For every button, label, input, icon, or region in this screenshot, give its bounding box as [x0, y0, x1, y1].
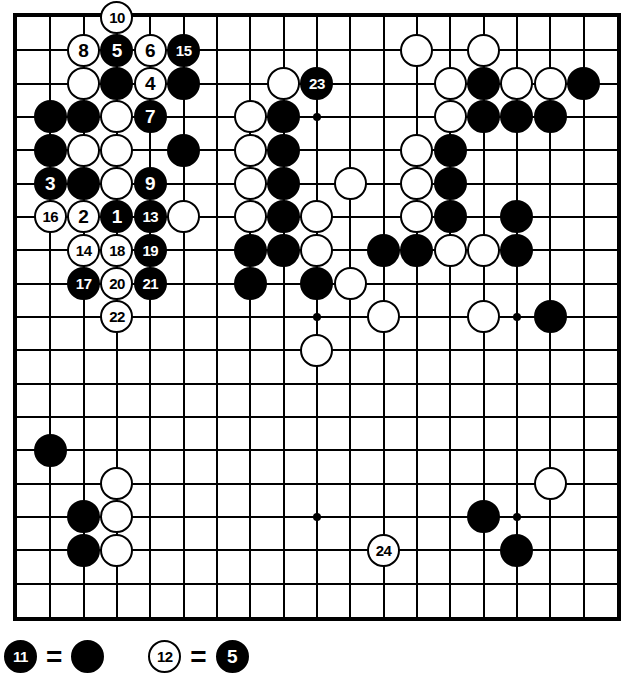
caption-spacer	[113, 656, 139, 657]
intersection-13-8	[400, 234, 433, 267]
intersection-11-4	[334, 100, 367, 133]
intersection-16-18	[500, 567, 533, 600]
intersection-3-9: 17	[67, 267, 100, 300]
black-stone-move-5: 5	[216, 640, 249, 673]
intersection-1-1	[0, 0, 33, 33]
intersection-13-11	[400, 334, 433, 367]
black-stone	[467, 500, 500, 533]
intersection-9-19	[267, 600, 300, 633]
white-stone	[467, 34, 500, 67]
intersection-7-13	[200, 400, 233, 433]
intersection-13-10	[400, 300, 433, 333]
white-stone	[100, 467, 133, 500]
intersection-18-13	[567, 400, 600, 433]
intersection-18-18	[567, 567, 600, 600]
intersection-19-17	[600, 534, 633, 567]
intersection-11-5	[334, 134, 367, 167]
black-stone	[434, 167, 467, 200]
intersection-2-6: 3	[34, 167, 67, 200]
white-stone-move-24: 24	[367, 534, 400, 567]
intersection-15-19	[467, 600, 500, 633]
intersection-4-13	[100, 400, 133, 433]
intersection-6-11	[167, 334, 200, 367]
intersection-7-16	[200, 500, 233, 533]
intersection-19-5	[600, 134, 633, 167]
intersection-16-10	[500, 300, 533, 333]
intersection-8-6	[234, 167, 267, 200]
black-stone	[434, 134, 467, 167]
intersection-1-5	[0, 134, 33, 167]
intersection-14-5	[434, 134, 467, 167]
intersection-17-11	[534, 334, 567, 367]
intersection-19-16	[600, 500, 633, 533]
intersection-3-4	[67, 100, 100, 133]
intersection-15-6	[467, 167, 500, 200]
white-stone	[400, 200, 433, 233]
intersection-7-11	[200, 334, 233, 367]
intersection-11-2	[334, 34, 367, 67]
intersection-11-1	[334, 0, 367, 33]
intersection-15-15	[467, 467, 500, 500]
intersection-2-17	[34, 534, 67, 567]
intersection-6-4	[167, 100, 200, 133]
intersection-16-7	[500, 200, 533, 233]
intersection-9-16	[267, 500, 300, 533]
intersection-7-17	[200, 534, 233, 567]
intersection-11-11	[334, 334, 367, 367]
intersection-14-7	[434, 200, 467, 233]
intersection-19-11	[600, 334, 633, 367]
intersection-8-18	[234, 567, 267, 600]
intersection-6-6	[167, 167, 200, 200]
intersection-11-7	[334, 200, 367, 233]
white-stone	[100, 100, 133, 133]
white-stone	[267, 67, 300, 100]
intersection-10-5	[300, 134, 333, 167]
intersection-2-3	[34, 67, 67, 100]
intersection-2-18	[34, 567, 67, 600]
intersection-10-16	[300, 500, 333, 533]
intersection-10-14	[300, 434, 333, 467]
intersection-18-17	[567, 534, 600, 567]
intersection-6-2: 15	[167, 34, 200, 67]
black-stone	[67, 167, 100, 200]
intersection-17-15	[534, 467, 567, 500]
intersection-9-2	[267, 34, 300, 67]
intersection-9-1	[267, 0, 300, 33]
intersection-12-9	[367, 267, 400, 300]
intersection-18-15	[567, 467, 600, 500]
intersection-15-11	[467, 334, 500, 367]
black-stone	[500, 100, 533, 133]
black-stone-move-19: 19	[134, 234, 167, 267]
intersection-9-14	[267, 434, 300, 467]
intersection-16-19	[500, 600, 533, 633]
black-stone	[234, 234, 267, 267]
intersection-11-14	[334, 434, 367, 467]
intersection-3-13	[67, 400, 100, 433]
intersection-5-12	[134, 367, 167, 400]
intersection-13-16	[400, 500, 433, 533]
intersection-19-15	[600, 467, 633, 500]
intersection-8-7	[234, 200, 267, 233]
intersection-2-8	[34, 234, 67, 267]
intersection-18-10	[567, 300, 600, 333]
white-stone	[334, 167, 367, 200]
intersection-14-11	[434, 334, 467, 367]
intersection-15-18	[467, 567, 500, 600]
black-stone	[167, 67, 200, 100]
white-stone-move-18: 18	[100, 234, 133, 267]
black-stone	[267, 200, 300, 233]
intersection-1-12	[0, 367, 33, 400]
intersection-19-8	[600, 234, 633, 267]
intersection-4-17	[100, 534, 133, 567]
intersection-19-1	[600, 0, 633, 33]
intersection-3-17	[67, 534, 100, 567]
intersection-18-11	[567, 334, 600, 367]
black-stone	[67, 534, 100, 567]
white-stone	[167, 200, 200, 233]
white-stone	[234, 167, 267, 200]
intersection-7-18	[200, 567, 233, 600]
black-stone	[400, 234, 433, 267]
intersection-16-2	[500, 34, 533, 67]
intersection-3-18	[67, 567, 100, 600]
intersection-19-4	[600, 100, 633, 133]
intersection-18-16	[567, 500, 600, 533]
intersection-1-18	[0, 567, 33, 600]
intersection-19-2	[600, 34, 633, 67]
intersection-11-17	[334, 534, 367, 567]
intersection-7-15	[200, 467, 233, 500]
intersection-1-8	[0, 234, 33, 267]
intersection-13-2	[400, 34, 433, 67]
intersection-19-10	[600, 300, 633, 333]
intersection-14-9	[434, 267, 467, 300]
intersection-18-19	[567, 600, 600, 633]
intersection-15-8	[467, 234, 500, 267]
intersection-14-15	[434, 467, 467, 500]
intersection-4-9: 20	[100, 267, 133, 300]
intersection-18-2	[567, 34, 600, 67]
intersection-7-2	[200, 34, 233, 67]
intersection-10-18	[300, 567, 333, 600]
black-stone-move-17: 17	[67, 267, 100, 300]
intersection-15-3	[467, 67, 500, 100]
intersection-6-13	[167, 400, 200, 433]
intersection-1-16	[0, 500, 33, 533]
intersection-17-5	[534, 134, 567, 167]
white-stone	[234, 200, 267, 233]
black-stone	[467, 67, 500, 100]
intersection-13-13	[400, 400, 433, 433]
intersection-5-1	[134, 0, 167, 33]
intersection-13-19	[400, 600, 433, 633]
intersection-7-1	[200, 0, 233, 33]
intersection-15-14	[467, 434, 500, 467]
intersection-9-4	[267, 100, 300, 133]
intersection-14-1	[434, 0, 467, 33]
intersection-3-10	[67, 300, 100, 333]
intersection-1-11	[0, 334, 33, 367]
intersection-17-10	[534, 300, 567, 333]
white-stone	[67, 67, 100, 100]
intersection-8-2	[234, 34, 267, 67]
intersection-5-13	[134, 400, 167, 433]
intersection-12-4	[367, 100, 400, 133]
intersection-1-14	[0, 434, 33, 467]
intersection-1-17	[0, 534, 33, 567]
intersection-4-5	[100, 134, 133, 167]
intersection-8-10	[234, 300, 267, 333]
intersection-18-12	[567, 367, 600, 400]
intersection-4-1: 10	[100, 0, 133, 33]
black-stone	[34, 434, 67, 467]
black-stone	[34, 134, 67, 167]
intersection-13-1	[400, 0, 433, 33]
intersection-3-2: 8	[67, 34, 100, 67]
intersection-10-2	[300, 34, 333, 67]
intersection-2-11	[34, 334, 67, 367]
intersection-4-4	[100, 100, 133, 133]
intersection-10-19	[300, 600, 333, 633]
intersection-9-7	[267, 200, 300, 233]
intersection-6-8	[167, 234, 200, 267]
black-stone-move-5: 5	[100, 34, 133, 67]
intersection-12-15	[367, 467, 400, 500]
intersection-16-14	[500, 434, 533, 467]
intersection-17-1	[534, 0, 567, 33]
white-stone-move-16: 16	[34, 200, 67, 233]
white-stone-move-6: 6	[134, 34, 167, 67]
intersection-12-2	[367, 34, 400, 67]
black-stone	[234, 267, 267, 300]
intersection-5-9: 21	[134, 267, 167, 300]
intersection-5-19	[134, 600, 167, 633]
white-stone	[100, 534, 133, 567]
intersection-18-4	[567, 100, 600, 133]
intersection-14-19	[434, 600, 467, 633]
intersection-6-14	[167, 434, 200, 467]
black-stone	[534, 100, 567, 133]
intersection-12-14	[367, 434, 400, 467]
black-stone-move-9: 9	[134, 167, 167, 200]
white-stone	[300, 334, 333, 367]
intersection-2-1	[34, 0, 67, 33]
intersection-11-18	[334, 567, 367, 600]
black-stone	[500, 534, 533, 567]
intersection-12-6	[367, 167, 400, 200]
intersection-16-5	[500, 134, 533, 167]
intersection-17-3	[534, 67, 567, 100]
equals-sign: =	[190, 643, 206, 671]
intersection-2-7: 16	[34, 200, 67, 233]
intersection-7-4	[200, 100, 233, 133]
intersection-16-17	[500, 534, 533, 567]
intersection-4-14	[100, 434, 133, 467]
intersection-15-12	[467, 367, 500, 400]
intersection-3-5	[67, 134, 100, 167]
intersection-6-9	[167, 267, 200, 300]
intersection-5-4: 7	[134, 100, 167, 133]
intersection-16-12	[500, 367, 533, 400]
intersection-4-16	[100, 500, 133, 533]
white-stone	[434, 234, 467, 267]
black-stone	[567, 67, 600, 100]
intersection-11-3	[334, 67, 367, 100]
intersection-4-10: 22	[100, 300, 133, 333]
intersection-14-6	[434, 167, 467, 200]
black-stone-move-21: 21	[134, 267, 167, 300]
intersection-12-7	[367, 200, 400, 233]
intersection-16-6	[500, 167, 533, 200]
white-stone-move-2: 2	[67, 200, 100, 233]
intersection-5-10	[134, 300, 167, 333]
intersection-8-12	[234, 367, 267, 400]
intersection-8-15	[234, 467, 267, 500]
intersection-4-7: 1	[100, 200, 133, 233]
intersection-8-19	[234, 600, 267, 633]
intersection-10-6	[300, 167, 333, 200]
intersection-12-8	[367, 234, 400, 267]
go-diagram-page: 10856154237391621131418191720212224 11=1…	[0, 0, 640, 679]
intersection-8-4	[234, 100, 267, 133]
intersection-13-7	[400, 200, 433, 233]
intersection-8-5	[234, 134, 267, 167]
intersection-19-18	[600, 567, 633, 600]
white-stone	[234, 134, 267, 167]
intersection-6-5	[167, 134, 200, 167]
intersection-17-8	[534, 234, 567, 267]
black-stone	[100, 67, 133, 100]
intersection-1-4	[0, 100, 33, 133]
intersection-7-6	[200, 167, 233, 200]
intersection-10-7	[300, 200, 333, 233]
intersection-16-3	[500, 67, 533, 100]
intersection-5-5	[134, 134, 167, 167]
intersection-6-7	[167, 200, 200, 233]
intersection-2-5	[34, 134, 67, 167]
intersection-5-14	[134, 434, 167, 467]
intersection-16-1	[500, 0, 533, 33]
white-stone	[300, 200, 333, 233]
intersection-17-2	[534, 34, 567, 67]
intersection-15-16	[467, 500, 500, 533]
intersection-3-3	[67, 67, 100, 100]
intersection-4-2: 5	[100, 34, 133, 67]
intersection-3-15	[67, 467, 100, 500]
intersection-19-7	[600, 200, 633, 233]
intersection-2-15	[34, 467, 67, 500]
intersection-1-13	[0, 400, 33, 433]
intersection-4-6	[100, 167, 133, 200]
intersection-13-14	[400, 434, 433, 467]
intersection-14-2	[434, 34, 467, 67]
intersection-16-4	[500, 100, 533, 133]
intersection-18-6	[567, 167, 600, 200]
intersection-6-1	[167, 0, 200, 33]
white-stone-move-20: 20	[100, 267, 133, 300]
intersection-12-10	[367, 300, 400, 333]
intersection-7-10	[200, 300, 233, 333]
black-stone	[34, 100, 67, 133]
intersection-15-2	[467, 34, 500, 67]
intersection-3-7: 2	[67, 200, 100, 233]
intersection-14-17	[434, 534, 467, 567]
white-stone-move-8: 8	[67, 34, 100, 67]
intersection-8-14	[234, 434, 267, 467]
intersection-19-13	[600, 400, 633, 433]
intersection-11-10	[334, 300, 367, 333]
intersection-14-16	[434, 500, 467, 533]
intersection-17-13	[534, 400, 567, 433]
equals-sign: =	[46, 643, 62, 671]
black-stone-move-15: 15	[167, 34, 200, 67]
intersection-7-19	[200, 600, 233, 633]
black-stone	[167, 134, 200, 167]
intersection-2-12	[34, 367, 67, 400]
intersection-9-8	[267, 234, 300, 267]
intersection-2-2	[34, 34, 67, 67]
white-stone	[100, 134, 133, 167]
intersection-3-16	[67, 500, 100, 533]
intersection-9-15	[267, 467, 300, 500]
intersection-8-11	[234, 334, 267, 367]
intersection-11-19	[334, 600, 367, 633]
intersection-5-16	[134, 500, 167, 533]
intersection-9-10	[267, 300, 300, 333]
intersection-5-11	[134, 334, 167, 367]
intersection-18-3	[567, 67, 600, 100]
intersection-10-3: 23	[300, 67, 333, 100]
intersection-15-17	[467, 534, 500, 567]
intersection-11-8	[334, 234, 367, 267]
intersection-8-8	[234, 234, 267, 267]
intersection-17-19	[534, 600, 567, 633]
white-stone	[67, 134, 100, 167]
white-stone	[434, 100, 467, 133]
intersection-4-8: 18	[100, 234, 133, 267]
intersection-17-17	[534, 534, 567, 567]
white-stone-move-10: 10	[100, 1, 133, 34]
intersection-18-9	[567, 267, 600, 300]
intersection-13-5	[400, 134, 433, 167]
intersection-10-13	[300, 400, 333, 433]
intersection-15-9	[467, 267, 500, 300]
black-stone	[67, 500, 100, 533]
intersection-16-16	[500, 500, 533, 533]
intersection-6-17	[167, 534, 200, 567]
intersection-10-15	[300, 467, 333, 500]
intersection-15-13	[467, 400, 500, 433]
intersection-14-8	[434, 234, 467, 267]
intersection-1-9	[0, 267, 33, 300]
intersection-10-8	[300, 234, 333, 267]
black-stone-move-1: 1	[100, 200, 133, 233]
black-stone	[267, 167, 300, 200]
intersection-11-9	[334, 267, 367, 300]
black-stone	[500, 234, 533, 267]
intersection-17-4	[534, 100, 567, 133]
intersection-17-16	[534, 500, 567, 533]
black-stone	[534, 300, 567, 333]
black-stone-move-23: 23	[300, 67, 333, 100]
intersection-10-1	[300, 0, 333, 33]
white-stone-move-4: 4	[134, 67, 167, 100]
intersection-11-13	[334, 400, 367, 433]
white-stone	[100, 167, 133, 200]
